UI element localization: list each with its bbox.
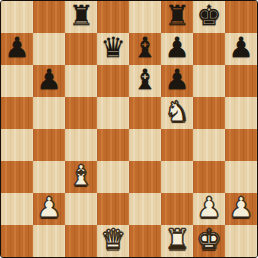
square-h2[interactable]: ♟: [225, 193, 257, 225]
piece-black-pawn-f6[interactable]: ♟: [164, 64, 189, 96]
square-a4[interactable]: [1, 129, 33, 161]
square-h4[interactable]: [225, 129, 257, 161]
square-d1[interactable]: ♛: [97, 225, 129, 257]
square-b7[interactable]: [33, 33, 65, 65]
piece-white-pawn-h2[interactable]: ♟: [228, 192, 253, 224]
square-g1[interactable]: ♚: [193, 225, 225, 257]
square-c1[interactable]: [65, 225, 97, 257]
square-c6[interactable]: [65, 65, 97, 97]
square-b2[interactable]: ♟: [33, 193, 65, 225]
square-d5[interactable]: [97, 97, 129, 129]
square-h3[interactable]: [225, 161, 257, 193]
square-f2[interactable]: [161, 193, 193, 225]
piece-black-king-g8[interactable]: ♚: [196, 0, 221, 32]
square-a2[interactable]: [1, 193, 33, 225]
square-b6[interactable]: ♟: [33, 65, 65, 97]
square-f4[interactable]: [161, 129, 193, 161]
square-f1[interactable]: ♜: [161, 225, 193, 257]
piece-black-rook-f8[interactable]: ♜: [164, 0, 189, 32]
square-h1[interactable]: [225, 225, 257, 257]
square-d6[interactable]: [97, 65, 129, 97]
square-e2[interactable]: [129, 193, 161, 225]
square-b3[interactable]: [33, 161, 65, 193]
square-h5[interactable]: [225, 97, 257, 129]
square-e1[interactable]: [129, 225, 161, 257]
piece-white-rook-f1[interactable]: ♜: [164, 224, 189, 256]
square-a6[interactable]: [1, 65, 33, 97]
square-a7[interactable]: ♟: [1, 33, 33, 65]
square-b8[interactable]: [33, 1, 65, 33]
piece-white-bishop-c3[interactable]: ♝: [68, 160, 93, 192]
square-e6[interactable]: ♝: [129, 65, 161, 97]
piece-white-king-g1[interactable]: ♚: [196, 224, 221, 256]
square-f7[interactable]: ♟: [161, 33, 193, 65]
square-g4[interactable]: [193, 129, 225, 161]
piece-black-bishop-e7[interactable]: ♝: [132, 32, 157, 64]
square-f6[interactable]: ♟: [161, 65, 193, 97]
piece-white-pawn-g2[interactable]: ♟: [196, 192, 221, 224]
square-e4[interactable]: [129, 129, 161, 161]
square-d2[interactable]: [97, 193, 129, 225]
piece-white-knight-f5[interactable]: ♞: [164, 96, 189, 128]
piece-black-rook-c8[interactable]: ♜: [68, 0, 93, 32]
square-b1[interactable]: [33, 225, 65, 257]
square-g8[interactable]: ♚: [193, 1, 225, 33]
chess-board-frame: ♜♜♚♟♛♝♟♟♟♝♟♞♝♟♟♟♛♜♚: [0, 0, 258, 258]
square-b5[interactable]: [33, 97, 65, 129]
square-g2[interactable]: ♟: [193, 193, 225, 225]
piece-white-queen-d1[interactable]: ♛: [100, 224, 125, 256]
square-f3[interactable]: [161, 161, 193, 193]
square-h7[interactable]: ♟: [225, 33, 257, 65]
chess-board: ♜♜♚♟♛♝♟♟♟♝♟♞♝♟♟♟♛♜♚: [1, 1, 257, 257]
square-a3[interactable]: [1, 161, 33, 193]
square-h6[interactable]: [225, 65, 257, 97]
piece-black-pawn-b6[interactable]: ♟: [36, 64, 61, 96]
square-b4[interactable]: [33, 129, 65, 161]
square-e8[interactable]: [129, 1, 161, 33]
square-e3[interactable]: [129, 161, 161, 193]
square-c5[interactable]: [65, 97, 97, 129]
piece-black-pawn-f7[interactable]: ♟: [164, 32, 189, 64]
square-c4[interactable]: [65, 129, 97, 161]
square-e5[interactable]: [129, 97, 161, 129]
square-d4[interactable]: [97, 129, 129, 161]
square-e7[interactable]: ♝: [129, 33, 161, 65]
square-g6[interactable]: [193, 65, 225, 97]
square-d8[interactable]: [97, 1, 129, 33]
square-c2[interactable]: [65, 193, 97, 225]
piece-black-pawn-h7[interactable]: ♟: [228, 32, 253, 64]
piece-white-pawn-b2[interactable]: ♟: [36, 192, 61, 224]
square-f5[interactable]: ♞: [161, 97, 193, 129]
square-a1[interactable]: [1, 225, 33, 257]
piece-black-queen-d7[interactable]: ♛: [100, 32, 125, 64]
square-a8[interactable]: [1, 1, 33, 33]
square-c8[interactable]: ♜: [65, 1, 97, 33]
square-a5[interactable]: [1, 97, 33, 129]
square-g3[interactable]: [193, 161, 225, 193]
square-c7[interactable]: [65, 33, 97, 65]
square-f8[interactable]: ♜: [161, 1, 193, 33]
square-h8[interactable]: [225, 1, 257, 33]
square-d3[interactable]: [97, 161, 129, 193]
square-c3[interactable]: ♝: [65, 161, 97, 193]
piece-black-pawn-a7[interactable]: ♟: [4, 32, 29, 64]
square-g5[interactable]: [193, 97, 225, 129]
square-d7[interactable]: ♛: [97, 33, 129, 65]
piece-black-bishop-e6[interactable]: ♝: [132, 64, 157, 96]
square-g7[interactable]: [193, 33, 225, 65]
